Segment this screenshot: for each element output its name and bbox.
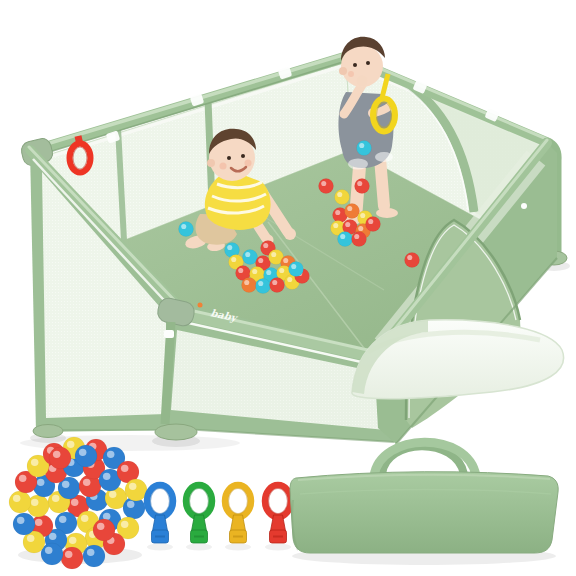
red-ball <box>355 179 370 194</box>
playpen-scene: baby <box>0 0 576 576</box>
teal-ball <box>357 141 372 156</box>
blue-pull-ring <box>147 485 173 551</box>
zipper-pull <box>521 203 527 209</box>
green-pull-ring <box>186 485 212 551</box>
teal-ball <box>289 262 304 277</box>
wall-foot <box>33 425 63 438</box>
orange-ball <box>345 204 360 219</box>
pull-rings <box>147 485 291 551</box>
carry-bag <box>290 442 558 565</box>
teal-ball <box>256 279 271 294</box>
product-photo: baby <box>0 0 576 576</box>
red-ball <box>319 179 334 194</box>
red-ball <box>405 253 420 268</box>
red-ball <box>270 278 285 293</box>
eye <box>241 154 245 158</box>
eye <box>353 63 357 67</box>
ear <box>339 67 347 75</box>
eye <box>366 61 370 65</box>
yellow-ball <box>9 491 31 513</box>
red-ball <box>352 232 367 247</box>
yellow-pull-ring <box>225 485 251 551</box>
logo-dot <box>198 303 203 308</box>
red-ball <box>61 547 83 569</box>
teal-ball <box>179 222 194 237</box>
red-ball <box>49 447 71 469</box>
ear <box>207 159 215 167</box>
playpen: baby <box>20 37 570 451</box>
teal-ball <box>338 232 353 247</box>
red-ball <box>366 217 381 232</box>
blue-ball <box>13 513 35 535</box>
orange-ball <box>242 278 257 293</box>
blue-ball <box>75 445 97 467</box>
rail-clip <box>164 330 174 338</box>
leg <box>380 158 384 206</box>
red-pull-ring <box>265 485 291 551</box>
accessories <box>9 437 558 569</box>
bag-body <box>290 472 558 553</box>
yellow-ball <box>335 190 350 205</box>
red-ball <box>93 519 115 541</box>
yellow-ball <box>125 479 147 501</box>
foot <box>376 208 398 218</box>
eye <box>227 156 231 160</box>
wall-foot <box>155 424 197 440</box>
blue-ball <box>83 545 105 567</box>
hand-at-mouth <box>357 76 368 87</box>
